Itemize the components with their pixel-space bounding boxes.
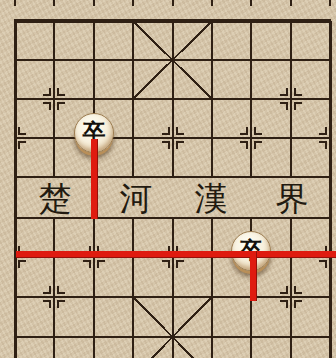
river-label-han: 漢 — [189, 180, 233, 218]
move-line-sideways-after-river — [16, 251, 336, 258]
xiangqi-board: 楚 河 漢 界 卒 卒 — [0, 0, 336, 358]
river-label-chu: 楚 — [33, 180, 77, 218]
river-label-jie: 界 — [270, 180, 314, 218]
river-label-he: 河 — [114, 180, 158, 218]
move-line-forward-before-river — [91, 139, 98, 219]
move-line-forward-after-river — [250, 251, 257, 301]
